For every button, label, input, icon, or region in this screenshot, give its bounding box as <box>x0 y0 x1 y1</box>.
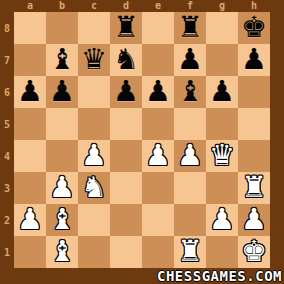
piece-black-bishop: ♝ <box>177 75 203 107</box>
square-e2[interactable] <box>142 204 174 236</box>
square-a5[interactable] <box>14 108 46 140</box>
rank-labels: 8 7 6 5 4 3 2 1 <box>0 12 14 268</box>
square-a1[interactable] <box>14 236 46 268</box>
file-label-e: e <box>142 0 174 12</box>
square-e5[interactable] <box>142 108 174 140</box>
square-a3[interactable] <box>14 172 46 204</box>
piece-black-rook: ♜ <box>177 11 203 43</box>
chess-board: ♜♜♚♝♛♞♟♟♟♟♟♟♝♟♟♟♟♛♟♞♜♟♝♟♟♝♜♚ <box>14 12 270 268</box>
piece-white-pawn: ♟ <box>145 139 171 171</box>
square-h4[interactable] <box>238 140 270 172</box>
square-a2[interactable]: ♟ <box>14 204 46 236</box>
rank-label-6: 6 <box>0 76 14 108</box>
square-b5[interactable] <box>46 108 78 140</box>
square-e8[interactable] <box>142 12 174 44</box>
file-label-b: b <box>46 0 78 12</box>
file-label-g: g <box>206 0 238 12</box>
square-e1[interactable] <box>142 236 174 268</box>
square-g2[interactable]: ♟ <box>206 204 238 236</box>
piece-white-bishop: ♝ <box>49 203 75 235</box>
square-e7[interactable] <box>142 44 174 76</box>
piece-white-rook: ♜ <box>241 171 267 203</box>
piece-white-pawn: ♟ <box>49 171 75 203</box>
piece-white-rook: ♜ <box>177 235 203 267</box>
square-d6[interactable]: ♟ <box>110 76 142 108</box>
square-h5[interactable] <box>238 108 270 140</box>
square-f3[interactable] <box>174 172 206 204</box>
file-label-c: c <box>78 0 110 12</box>
square-d7[interactable]: ♞ <box>110 44 142 76</box>
square-e6[interactable]: ♟ <box>142 76 174 108</box>
piece-black-bishop: ♝ <box>49 43 75 75</box>
piece-black-queen: ♛ <box>81 43 107 75</box>
square-d2[interactable] <box>110 204 142 236</box>
square-f4[interactable]: ♟ <box>174 140 206 172</box>
square-g5[interactable] <box>206 108 238 140</box>
square-h2[interactable]: ♟ <box>238 204 270 236</box>
square-h1[interactable]: ♚ <box>238 236 270 268</box>
rank-label-4: 4 <box>0 140 14 172</box>
square-a4[interactable] <box>14 140 46 172</box>
piece-black-pawn: ♟ <box>113 75 139 107</box>
square-b8[interactable] <box>46 12 78 44</box>
square-b7[interactable]: ♝ <box>46 44 78 76</box>
square-b2[interactable]: ♝ <box>46 204 78 236</box>
square-a7[interactable] <box>14 44 46 76</box>
piece-white-pawn: ♟ <box>209 203 235 235</box>
piece-white-king: ♚ <box>241 235 267 267</box>
square-b4[interactable] <box>46 140 78 172</box>
square-a6[interactable]: ♟ <box>14 76 46 108</box>
square-h6[interactable] <box>238 76 270 108</box>
square-d1[interactable] <box>110 236 142 268</box>
square-b6[interactable]: ♟ <box>46 76 78 108</box>
square-c8[interactable] <box>78 12 110 44</box>
square-f6[interactable]: ♝ <box>174 76 206 108</box>
watermark: CHESSGAMES.COM <box>157 268 282 284</box>
rank-label-8: 8 <box>0 12 14 44</box>
file-labels: a b c d e f g h <box>14 0 270 12</box>
piece-white-pawn: ♟ <box>81 139 107 171</box>
square-g8[interactable] <box>206 12 238 44</box>
square-h7[interactable]: ♟ <box>238 44 270 76</box>
piece-black-knight: ♞ <box>113 43 139 75</box>
piece-black-pawn: ♟ <box>145 75 171 107</box>
square-c6[interactable] <box>78 76 110 108</box>
square-a8[interactable] <box>14 12 46 44</box>
piece-white-bishop: ♝ <box>49 235 75 267</box>
file-label-a: a <box>14 0 46 12</box>
square-c4[interactable]: ♟ <box>78 140 110 172</box>
square-b1[interactable]: ♝ <box>46 236 78 268</box>
rank-label-2: 2 <box>0 204 14 236</box>
piece-black-pawn: ♟ <box>17 75 43 107</box>
rank-label-5: 5 <box>0 108 14 140</box>
piece-black-pawn: ♟ <box>49 75 75 107</box>
square-f8[interactable]: ♜ <box>174 12 206 44</box>
piece-black-pawn: ♟ <box>241 43 267 75</box>
rank-label-1: 1 <box>0 236 14 268</box>
piece-black-king: ♚ <box>241 11 267 43</box>
square-g1[interactable] <box>206 236 238 268</box>
square-f5[interactable] <box>174 108 206 140</box>
square-d5[interactable] <box>110 108 142 140</box>
square-c3[interactable]: ♞ <box>78 172 110 204</box>
square-d3[interactable] <box>110 172 142 204</box>
board-frame: a b c d e f g h 8 7 6 5 4 3 2 1 ♜♜♚♝♛♞♟♟… <box>0 0 284 284</box>
square-d4[interactable] <box>110 140 142 172</box>
square-f1[interactable]: ♜ <box>174 236 206 268</box>
piece-white-queen: ♛ <box>209 139 235 171</box>
piece-white-pawn: ♟ <box>177 139 203 171</box>
piece-black-rook: ♜ <box>113 11 139 43</box>
square-c2[interactable] <box>78 204 110 236</box>
piece-white-knight: ♞ <box>81 171 107 203</box>
square-b3[interactable]: ♟ <box>46 172 78 204</box>
rank-label-7: 7 <box>0 44 14 76</box>
piece-white-pawn: ♟ <box>241 203 267 235</box>
square-g3[interactable] <box>206 172 238 204</box>
piece-black-pawn: ♟ <box>177 43 203 75</box>
square-h8[interactable]: ♚ <box>238 12 270 44</box>
piece-white-pawn: ♟ <box>17 203 43 235</box>
rank-label-3: 3 <box>0 172 14 204</box>
square-f7[interactable]: ♟ <box>174 44 206 76</box>
square-c5[interactable] <box>78 108 110 140</box>
piece-black-pawn: ♟ <box>209 75 235 107</box>
square-f2[interactable] <box>174 204 206 236</box>
square-e4[interactable]: ♟ <box>142 140 174 172</box>
square-g7[interactable] <box>206 44 238 76</box>
square-g4[interactable]: ♛ <box>206 140 238 172</box>
square-d8[interactable]: ♜ <box>110 12 142 44</box>
square-c1[interactable] <box>78 236 110 268</box>
square-h3[interactable]: ♜ <box>238 172 270 204</box>
square-e3[interactable] <box>142 172 174 204</box>
square-g6[interactable]: ♟ <box>206 76 238 108</box>
square-c7[interactable]: ♛ <box>78 44 110 76</box>
